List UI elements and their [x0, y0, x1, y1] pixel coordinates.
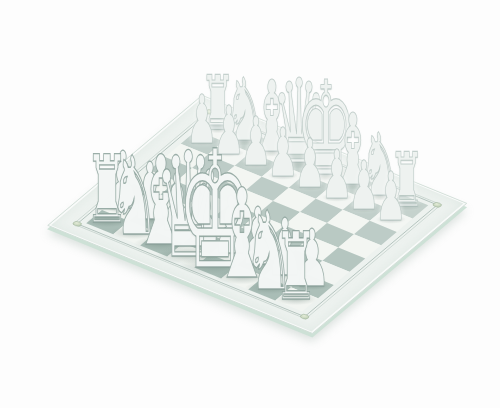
- piece-black-frosted-pawn[interactable]: ♟: [375, 163, 406, 230]
- piece-white-clear-rook[interactable]: ♜: [275, 220, 319, 314]
- glass-chess-set-photo: ♜♞♝♛♚♝♞♜♟♟♟♟♟♟♟♟♟♟♟♟♟♟♟♟♜♞♝♛♚♝♞♜: [0, 0, 500, 408]
- pieces-layer: ♜♞♝♛♚♝♞♜♟♟♟♟♟♟♟♟♟♟♟♟♟♟♟♟♜♞♝♛♚♝♞♜: [0, 0, 500, 408]
